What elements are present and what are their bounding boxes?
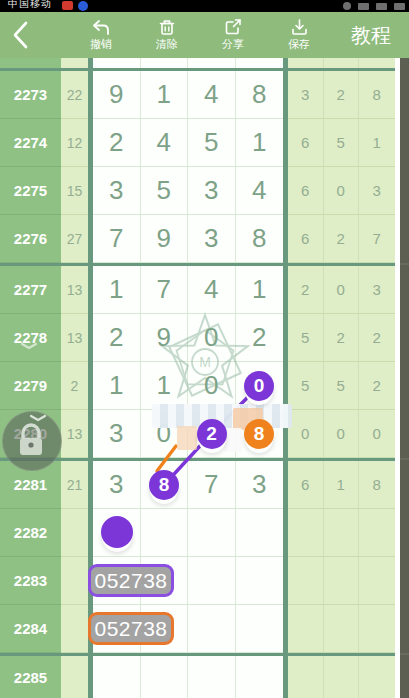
trash-icon: [158, 18, 176, 36]
alarm-icon: [343, 2, 351, 10]
annotations-layer: T 0288052738052738: [0, 58, 409, 698]
trend-chart[interactable]: 2273229148328227412245165122751535346032…: [0, 58, 409, 698]
notification-badge-icon: [62, 1, 73, 10]
toolbar: 撤销清除分享保存 教程: [0, 12, 409, 58]
circled-digit[interactable]: 0: [244, 371, 274, 401]
circled-digit[interactable]: 8: [244, 419, 274, 449]
app-screen: 中国移动 撤销清除分享保存 教程 22732291483282274122451…: [0, 0, 409, 698]
tutorial-button[interactable]: 教程: [351, 22, 391, 49]
back-button[interactable]: [10, 20, 32, 50]
toolbar-button-label: 分享: [222, 37, 244, 52]
toolbar-button-label: 撤销: [90, 37, 112, 52]
撤销-button[interactable]: 撤销: [80, 19, 122, 52]
save-icon: [290, 18, 309, 36]
toolbar-buttons: 撤销清除分享保存: [80, 12, 320, 58]
lock-chevron-up-icon: [20, 342, 38, 350]
carrier-label: 中国移动: [8, 0, 52, 11]
app-notification-icon: [78, 1, 88, 11]
circled-digit[interactable]: 8: [149, 470, 179, 500]
circled-digit[interactable]: 2: [197, 419, 227, 449]
toolbar-button-label: 清除: [156, 37, 178, 52]
signal-icon: [358, 3, 369, 10]
blurred-tile: [224, 428, 242, 452]
status-icons: [343, 2, 405, 10]
share-icon: [224, 18, 243, 36]
blurred-tile: [177, 426, 197, 450]
battery-icon: [394, 3, 405, 10]
number-badge[interactable]: 052738: [88, 612, 174, 645]
清除-button[interactable]: 清除: [146, 18, 188, 52]
分享-button[interactable]: 分享: [212, 18, 254, 52]
status-bar: 中国移动: [0, 0, 409, 12]
保存-button[interactable]: 保存: [278, 18, 320, 52]
dot-mark[interactable]: [101, 516, 133, 548]
wifi-icon: [376, 3, 387, 10]
lock-chevron-down-icon: [29, 414, 47, 422]
toolbar-button-label: 保存: [288, 37, 310, 52]
number-badge[interactable]: 052738: [88, 564, 174, 597]
undo-icon: [91, 19, 111, 36]
